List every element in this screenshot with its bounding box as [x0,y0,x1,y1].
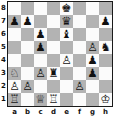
square-d6[interactable] [47,28,60,41]
square-h1[interactable]: ♔ [99,93,112,106]
square-a5[interactable] [8,41,21,54]
square-b7[interactable]: ♟ [21,15,34,28]
square-a6[interactable] [8,28,21,41]
square-b6[interactable] [21,28,34,41]
piece-black-bishop[interactable]: ♝ [61,28,71,41]
piece-white-pawn[interactable]: ♙ [74,80,84,93]
square-d7[interactable] [47,15,60,28]
square-a7[interactable]: ♟ [8,15,21,28]
file-label-d: d [47,107,60,117]
square-e6[interactable]: ♝ [60,28,73,41]
square-f4[interactable] [73,54,86,67]
square-c8[interactable] [34,2,47,15]
square-g2[interactable] [86,80,99,93]
square-h4[interactable] [99,54,112,67]
file-label-b: b [21,107,34,117]
square-g7[interactable] [86,15,99,28]
piece-black-pawn[interactable]: ♟ [22,15,32,28]
piece-white-rook[interactable]: ♖ [9,93,19,106]
piece-white-queen[interactable]: ♕ [35,93,45,106]
piece-white-pawn[interactable]: ♙ [35,67,45,80]
rank-label-4: 4 [0,54,7,67]
square-e1[interactable] [60,93,73,106]
piece-black-pawn[interactable]: ♟ [35,41,45,54]
square-b1[interactable] [21,93,34,106]
square-f6[interactable] [73,28,86,41]
square-d5[interactable] [47,41,60,54]
square-c5[interactable]: ♟ [34,41,47,54]
square-g8[interactable] [86,2,99,15]
piece-black-rook[interactable]: ♜ [48,67,58,80]
square-f7[interactable] [73,15,86,28]
piece-white-rook[interactable]: ♖ [48,93,58,106]
square-c3[interactable]: ♙ [34,67,47,80]
piece-white-pawn[interactable]: ♙ [61,54,71,67]
square-d8[interactable] [47,2,60,15]
square-f8[interactable] [73,2,86,15]
square-h7[interactable]: ♟ [99,15,112,28]
square-h3[interactable] [99,67,112,80]
piece-black-knight[interactable]: ♞ [100,41,110,54]
rank-label-5: 5 [0,41,7,54]
file-label-a: a [8,107,21,117]
square-e4[interactable]: ♙ [60,54,73,67]
square-d1[interactable]: ♖ [47,93,60,106]
rank-labels: 87654321 [0,1,7,107]
square-e2[interactable] [60,80,73,93]
square-e3[interactable] [60,67,73,80]
piece-black-pawn[interactable]: ♟ [87,67,97,80]
chess-diagram-page: 87654321 ♚♟♟♛♟♟♝♟♙♞♙♟♘♙♜♟♙♙♙♖♕♖♔ abcdefg… [0,0,118,118]
rank-label-2: 2 [0,80,7,93]
chess-board: ♚♟♟♛♟♟♝♟♙♞♙♟♘♙♜♟♙♙♙♖♕♖♔ [7,1,113,107]
piece-black-pawn[interactable]: ♟ [100,15,110,28]
square-f2[interactable]: ♙ [73,80,86,93]
file-label-c: c [34,107,47,117]
square-b2[interactable]: ♙ [21,80,34,93]
square-d3[interactable]: ♜ [47,67,60,80]
piece-black-pawn[interactable]: ♟ [9,15,19,28]
square-g3[interactable]: ♟ [86,67,99,80]
file-labels: abcdefgh [8,107,113,117]
rank-label-3: 3 [0,67,7,80]
square-c1[interactable]: ♕ [34,93,47,106]
rank-label-1: 1 [0,93,7,106]
square-b4[interactable] [21,54,34,67]
square-a1[interactable]: ♖ [8,93,21,106]
square-f5[interactable] [73,41,86,54]
rank-label-7: 7 [0,15,7,28]
rank-label-6: 6 [0,28,7,41]
file-label-f: f [73,107,86,117]
file-label-e: e [60,107,73,117]
file-label-h: h [99,107,112,117]
piece-white-king[interactable]: ♔ [100,93,110,106]
square-g1[interactable] [86,93,99,106]
file-label-g: g [86,107,99,117]
square-b5[interactable] [21,41,34,54]
chess-diagram: 87654321 ♚♟♟♛♟♟♝♟♙♞♙♟♘♙♜♟♙♙♙♖♕♖♔ abcdefg… [0,1,113,117]
square-f1[interactable] [73,93,86,106]
rank-label-8: 8 [0,2,7,15]
piece-white-pawn[interactable]: ♙ [22,80,32,93]
square-h5[interactable]: ♞ [99,41,112,54]
